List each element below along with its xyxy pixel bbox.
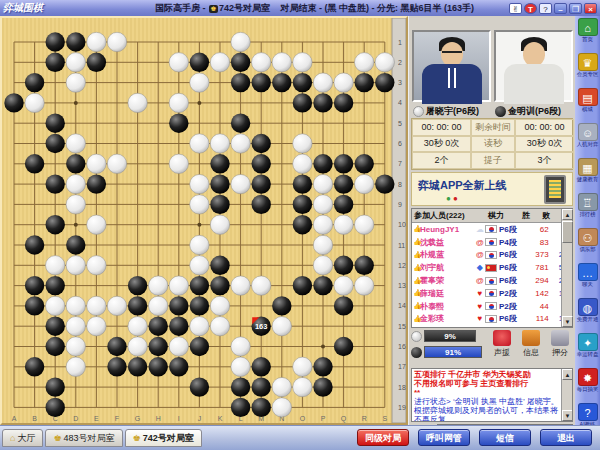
svg-text:A: A bbox=[12, 415, 17, 422]
scroll-down-icon[interactable]: ▼ bbox=[562, 410, 573, 421]
幸运转盘-icon: ✦ bbox=[578, 333, 598, 351]
thumbs-up-icon: 👍 bbox=[412, 225, 420, 233]
chat-line: 五项排行 千亿井市 华为天锡奖励 bbox=[414, 370, 560, 379]
chat-scrollbar[interactable]: ▲ ▼ bbox=[561, 369, 572, 421]
svg-text:I: I bbox=[178, 415, 180, 422]
strip-俱乐部[interactable]: ⚇俱乐部 bbox=[575, 228, 600, 261]
svg-text:12: 12 bbox=[398, 262, 406, 269]
svg-text:11: 11 bbox=[398, 242, 405, 249]
participant-row[interactable]: 👍金彩瑛♥P6段114141 bbox=[412, 313, 572, 326]
title-bar[interactable]: 弈城围棋 国际高手房 - ♚742号对局室 对局结束 - (黑 中盘胜) - 分… bbox=[0, 0, 600, 16]
black-winrate-bar: 91% bbox=[424, 346, 482, 358]
right-icon-strip: ⌂首页♛会员专区▤棋城☺人机对弈▦健康教育♖排行榜⚇俱乐部…聊天◍免费开通✦幸运… bbox=[575, 16, 600, 425]
会员专区-icon: ♛ bbox=[578, 53, 598, 71]
button-呼叫网管[interactable]: 呼叫网管 bbox=[418, 429, 470, 446]
badge-icon: @ bbox=[475, 250, 486, 259]
app-promo-banner[interactable]: 弈城APP全新上线 ● ● bbox=[411, 172, 573, 206]
strip-每日抽奖[interactable]: ✸每日抽奖 bbox=[575, 368, 600, 401]
badge-icon: @ bbox=[475, 276, 486, 285]
white-time: 00: 00: 00 bbox=[412, 119, 471, 136]
svg-text:4: 4 bbox=[398, 99, 402, 106]
ai-winrate-panel: 9% 91% bbox=[411, 330, 485, 366]
badge-icon: ♥ bbox=[475, 314, 486, 323]
room-tabs: ⌂大厅♚483号对局室♚742号对局室 bbox=[2, 429, 202, 447]
strip-健康教育[interactable]: ▦健康教育 bbox=[575, 158, 600, 191]
hand-icon[interactable]: ✌ bbox=[509, 3, 522, 14]
close-button[interactable]: × bbox=[584, 3, 597, 14]
badge-icon: ♥ bbox=[475, 302, 486, 311]
strip-聊天[interactable]: …聊天 bbox=[575, 263, 600, 296]
participant-row[interactable]: 👍薛瑞廷♥P2段142184 bbox=[412, 287, 572, 300]
flag-icon bbox=[485, 289, 497, 297]
rose-icon bbox=[493, 330, 511, 346]
svg-text:1: 1 bbox=[398, 39, 402, 46]
phone-icon bbox=[544, 175, 566, 204]
chat-line: ** bbox=[414, 388, 560, 397]
black-time: 00: 00: 00 bbox=[515, 119, 574, 136]
AI教练-icon: ? bbox=[578, 403, 598, 421]
flag-icon bbox=[485, 251, 497, 259]
svg-text:G: G bbox=[135, 415, 140, 422]
help-icon[interactable]: ? bbox=[539, 3, 552, 14]
tab-大厅[interactable]: ⌂大厅 bbox=[2, 429, 43, 447]
棋城-icon: ▤ bbox=[578, 88, 598, 106]
svg-text:7: 7 bbox=[398, 160, 402, 167]
svg-text:F: F bbox=[115, 415, 119, 422]
thumbs-up-icon: 👍 bbox=[412, 315, 420, 323]
button-退出[interactable]: 退出 bbox=[540, 429, 592, 446]
svg-text:O: O bbox=[300, 415, 306, 422]
thumbs-up-icon: 👍 bbox=[412, 302, 420, 310]
participant-row[interactable]: 👍霍辜荣@P6段294244 bbox=[412, 274, 572, 287]
action-bank-button[interactable]: 押分 bbox=[547, 330, 573, 368]
captures-label: 提子 bbox=[471, 152, 515, 169]
scroll-down-icon[interactable]: ▼ bbox=[562, 316, 573, 327]
button-短信[interactable]: 短信 bbox=[479, 429, 531, 446]
participant-row[interactable]: 👍HeungJY1☁P6段6265 bbox=[412, 223, 572, 236]
room-name: 742号对局室 bbox=[219, 3, 270, 13]
svg-text:14: 14 bbox=[398, 302, 406, 309]
tab-icon: ♚ bbox=[133, 433, 141, 443]
thumbs-up-icon: 👍 bbox=[412, 238, 420, 246]
flag-icon bbox=[485, 277, 497, 285]
app-logo: 弈城围棋 bbox=[0, 1, 120, 15]
svg-text:5: 5 bbox=[398, 120, 402, 127]
byoyomi-label: 读秒 bbox=[471, 136, 515, 153]
participant-list-header: 参加人员(222) 棋力 胜 败 bbox=[412, 209, 572, 223]
black-winrate-row: 91% bbox=[411, 346, 485, 358]
participant-row[interactable]: 👍朴规蓝@P6段373256 bbox=[412, 249, 572, 262]
participant-row[interactable]: 👍刘宇航◆P6段781559 bbox=[412, 261, 572, 274]
scroll-up-icon[interactable]: ▲ bbox=[562, 369, 573, 380]
t-badge-icon[interactable]: T bbox=[524, 3, 537, 14]
svg-text:E: E bbox=[94, 415, 99, 422]
white-stone-icon bbox=[411, 331, 422, 342]
svg-text:B: B bbox=[32, 415, 37, 422]
svg-text:17: 17 bbox=[398, 363, 406, 370]
svg-text:K: K bbox=[218, 415, 223, 422]
首页-icon: ⌂ bbox=[578, 18, 598, 36]
button-同级对局[interactable]: 同级对局 bbox=[357, 429, 409, 446]
strip-人机对弈[interactable]: ☺人机对弈 bbox=[575, 123, 600, 156]
聊天-icon: … bbox=[578, 263, 598, 281]
go-board[interactable]: A1B2C3D4E5F6G7H8I9J10K11L12M13N14O15P16Q… bbox=[0, 16, 408, 425]
svg-text:R: R bbox=[362, 415, 367, 422]
crown-icon: ♚ bbox=[209, 5, 218, 13]
white-winrate-bar: 9% bbox=[424, 330, 476, 342]
action-brief-button[interactable]: 信息 bbox=[518, 330, 544, 368]
chat-line: 根据弈城规则及对局者的认可，本结果将不再反复。 bbox=[414, 406, 560, 422]
svg-text:163: 163 bbox=[255, 322, 268, 331]
black-captures: 3个 bbox=[515, 152, 574, 169]
svg-text:Q: Q bbox=[341, 415, 347, 423]
tab-icon: ⌂ bbox=[10, 433, 15, 443]
svg-text:6: 6 bbox=[398, 140, 402, 147]
tab-icon: ♚ bbox=[53, 433, 61, 443]
scroll-thumb[interactable] bbox=[562, 221, 573, 243]
svg-text:16: 16 bbox=[398, 343, 406, 350]
minimize-button[interactable]: – bbox=[554, 3, 567, 14]
svg-text:19: 19 bbox=[398, 404, 406, 411]
排行榜-icon: ♖ bbox=[578, 193, 598, 211]
app-window: 弈城围棋 国际高手房 - ♚742号对局室 对局结束 - (黑 中盘胜) - 分… bbox=[0, 0, 600, 450]
thumbs-up-icon: 👍 bbox=[412, 277, 420, 285]
svg-text:S: S bbox=[382, 415, 387, 422]
badge-icon: ☁ bbox=[475, 225, 486, 234]
健康教育-icon: ▦ bbox=[578, 158, 598, 176]
bottom-bar: ⌂大厅♚483号对局室♚742号对局室 同级对局呼叫网管短信退出 bbox=[0, 425, 600, 450]
svg-text:8: 8 bbox=[398, 181, 402, 188]
black-player-name: 金明训(P6段) bbox=[495, 105, 561, 118]
black-player-photo bbox=[494, 30, 573, 102]
go-board-svg: A1B2C3D4E5F6G7H8I9J10K11L12M13N14O15P16Q… bbox=[2, 18, 406, 423]
flag-icon bbox=[485, 238, 497, 246]
white-player-name: 屠晓宇(P6段) bbox=[413, 105, 479, 118]
flag-icon bbox=[485, 302, 497, 310]
black-stone-icon bbox=[495, 106, 506, 117]
strip-会员专区[interactable]: ♛会员专区 bbox=[575, 53, 600, 86]
participant-list[interactable]: 参加人员(222) 棋力 胜 败 👍HeungJY1☁P6段6265👍沈载益@P… bbox=[411, 208, 573, 328]
banner-text: 弈城APP全新上线 bbox=[418, 178, 507, 193]
action-rose-button[interactable]: 声援 bbox=[489, 330, 515, 368]
badge-icon: ♥ bbox=[475, 289, 486, 298]
strip-排行榜[interactable]: ♖排行榜 bbox=[575, 193, 600, 226]
svg-text:D: D bbox=[73, 415, 78, 422]
room-prefix: 国际高手房 - bbox=[155, 3, 208, 13]
brief-icon bbox=[522, 330, 540, 346]
每日抽奖-icon: ✸ bbox=[578, 368, 598, 386]
maximize-button[interactable]: ❐ bbox=[569, 3, 582, 14]
store-icons: ● ● bbox=[446, 194, 458, 203]
clock-panel: 00: 00: 00 剩余时间 00: 00: 00 30秒 0次 读秒 30秒… bbox=[411, 118, 573, 170]
black-byoyomi: 30秒 0次 bbox=[515, 136, 574, 153]
bank-icon bbox=[551, 330, 569, 346]
action-buttons: 声援信息押分 bbox=[489, 330, 575, 368]
人机对弈-icon: ☺ bbox=[578, 123, 598, 141]
time-label: 剩余时间 bbox=[471, 119, 515, 136]
svg-text:2: 2 bbox=[398, 59, 402, 66]
svg-text:18: 18 bbox=[398, 384, 406, 391]
免费开通-icon: ◍ bbox=[578, 298, 598, 316]
flag-icon bbox=[485, 264, 497, 272]
bottom-buttons: 同级对局呼叫网管短信退出 bbox=[357, 429, 592, 446]
scroll-up-icon[interactable]: ▲ bbox=[562, 209, 573, 220]
black-stone-icon bbox=[411, 347, 422, 358]
white-stone-icon bbox=[413, 106, 424, 117]
window-title: 国际高手房 - ♚742号对局室 对局结束 - (黑 中盘胜) - 分先: 黑贴… bbox=[120, 2, 509, 15]
flag-icon bbox=[485, 315, 497, 323]
chat-line: 进行状态> ‘金明训 执黑 中盘胜’ 屠晓宇。 bbox=[414, 397, 560, 406]
badge-icon: ◆ bbox=[475, 263, 486, 272]
window-controls: ✌ T ? – ❐ × bbox=[509, 3, 600, 14]
svg-text:10: 10 bbox=[398, 221, 406, 228]
chat-line: 不用报名即可参与 主页查看排行 bbox=[414, 379, 560, 388]
participant-row[interactable]: 👍沈载益@P4段8342 bbox=[412, 236, 572, 249]
flag-icon bbox=[485, 225, 497, 233]
participant-scrollbar[interactable]: ▲ ▼ bbox=[561, 209, 572, 327]
white-player-photo bbox=[412, 30, 491, 102]
strip-幸运转盘[interactable]: ✦幸运转盘 bbox=[575, 333, 600, 366]
tab-742号对局室[interactable]: ♚742号对局室 bbox=[125, 429, 202, 447]
white-captures: 2个 bbox=[412, 152, 471, 169]
result-text: 对局结束 - (黑 中盘胜) - 分先: 黑贴6目半 (163手) bbox=[281, 3, 475, 13]
chat-box[interactable]: 五项排行 千亿井市 华为天锡奖励不用报名即可参与 主页查看排行**进行状态> ‘… bbox=[411, 368, 573, 422]
participant-row[interactable]: 👍朴泰熙♥P2段4441 bbox=[412, 300, 572, 313]
svg-text:H: H bbox=[156, 415, 161, 422]
thumbs-up-icon: 👍 bbox=[412, 289, 420, 297]
strip-免费开通[interactable]: ◍免费开通 bbox=[575, 298, 600, 331]
svg-text:13: 13 bbox=[398, 282, 406, 289]
white-winrate-row: 9% bbox=[411, 330, 485, 342]
svg-text:3: 3 bbox=[398, 79, 402, 86]
thumbs-up-icon: 👍 bbox=[412, 251, 420, 259]
svg-text:9: 9 bbox=[398, 201, 402, 208]
thumbs-up-icon: 👍 bbox=[412, 264, 420, 272]
svg-text:J: J bbox=[198, 415, 202, 422]
tab-483号对局室[interactable]: ♚483号对局室 bbox=[45, 429, 122, 447]
svg-text:15: 15 bbox=[398, 323, 406, 330]
side-panel: 屠晓宇(P6段) 金明训(P6段) 00: 00: 00 剩余时间 00: 00… bbox=[408, 16, 575, 425]
俱乐部-icon: ⚇ bbox=[578, 228, 598, 246]
white-byoyomi: 30秒 0次 bbox=[412, 136, 471, 153]
strip-棋城[interactable]: ▤棋城 bbox=[575, 88, 600, 121]
badge-icon: @ bbox=[475, 238, 486, 247]
svg-text:P: P bbox=[321, 415, 326, 422]
strip-首页[interactable]: ⌂首页 bbox=[575, 18, 600, 51]
